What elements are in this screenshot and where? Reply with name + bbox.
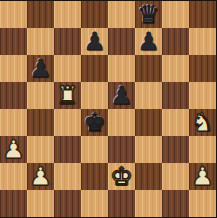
square-e1[interactable] [108,190,135,217]
square-e6[interactable] [108,55,135,82]
square-f4[interactable] [135,109,162,136]
square-g2[interactable] [162,163,189,190]
square-f6[interactable] [135,55,162,82]
chess-board: ♛♟♟♟♜♟♚♞♟♟♚♟ [0,1,216,217]
square-d3[interactable] [81,136,108,163]
square-b4[interactable] [27,109,54,136]
square-a8[interactable] [0,1,27,28]
square-b6[interactable]: ♟ [27,55,54,82]
white-pawn[interactable]: ♟ [191,163,213,190]
square-c5[interactable]: ♜ [54,82,81,109]
black-pawn[interactable]: ♟ [29,55,51,82]
black-pawn[interactable]: ♟ [83,28,105,55]
square-b2[interactable]: ♟ [27,163,54,190]
square-c2[interactable] [54,163,81,190]
square-d1[interactable] [81,190,108,217]
square-h6[interactable] [189,55,216,82]
square-a1[interactable] [0,190,27,217]
square-h5[interactable] [189,82,216,109]
black-pawn[interactable]: ♟ [137,28,159,55]
square-d2[interactable] [81,163,108,190]
square-b1[interactable] [27,190,54,217]
square-a6[interactable] [0,55,27,82]
square-h1[interactable] [189,190,216,217]
square-g1[interactable] [162,190,189,217]
square-a7[interactable] [0,28,27,55]
white-king[interactable]: ♚ [110,163,132,190]
square-c8[interactable] [54,1,81,28]
square-a2[interactable] [0,163,27,190]
square-c4[interactable] [54,109,81,136]
square-d4[interactable]: ♚ [81,109,108,136]
square-a3[interactable]: ♟ [0,136,27,163]
square-f8[interactable]: ♛ [135,1,162,28]
square-a5[interactable] [0,82,27,109]
square-g4[interactable] [162,109,189,136]
square-h2[interactable]: ♟ [189,163,216,190]
square-f1[interactable] [135,190,162,217]
square-c7[interactable] [54,28,81,55]
square-e3[interactable] [108,136,135,163]
white-pawn[interactable]: ♟ [2,136,24,163]
square-f2[interactable] [135,163,162,190]
square-e7[interactable] [108,28,135,55]
black-king[interactable]: ♚ [83,109,105,136]
square-f3[interactable] [135,136,162,163]
square-d5[interactable] [81,82,108,109]
black-pawn[interactable]: ♟ [110,82,132,109]
square-b8[interactable] [27,1,54,28]
square-a4[interactable] [0,109,27,136]
square-e8[interactable] [108,1,135,28]
square-f5[interactable] [135,82,162,109]
chess-app-screen: ♛♟♟♟♜♟♚♞♟♟♚♟ [0,0,217,218]
square-b7[interactable] [27,28,54,55]
square-g7[interactable] [162,28,189,55]
square-c3[interactable] [54,136,81,163]
square-c1[interactable] [54,190,81,217]
square-h4[interactable]: ♞ [189,109,216,136]
square-g8[interactable] [162,1,189,28]
square-d7[interactable]: ♟ [81,28,108,55]
square-b5[interactable] [27,82,54,109]
square-f7[interactable]: ♟ [135,28,162,55]
square-e5[interactable]: ♟ [108,82,135,109]
square-g5[interactable] [162,82,189,109]
white-knight[interactable]: ♞ [191,109,213,136]
square-g6[interactable] [162,55,189,82]
square-b3[interactable] [27,136,54,163]
square-d8[interactable] [81,1,108,28]
white-pawn[interactable]: ♟ [29,163,51,190]
white-rook[interactable]: ♜ [56,82,78,109]
square-d6[interactable] [81,55,108,82]
square-h8[interactable] [189,1,216,28]
square-h3[interactable] [189,136,216,163]
black-queen[interactable]: ♛ [137,1,159,28]
square-g3[interactable] [162,136,189,163]
square-e4[interactable] [108,109,135,136]
square-h7[interactable] [189,28,216,55]
square-e2[interactable]: ♚ [108,163,135,190]
square-c6[interactable] [54,55,81,82]
